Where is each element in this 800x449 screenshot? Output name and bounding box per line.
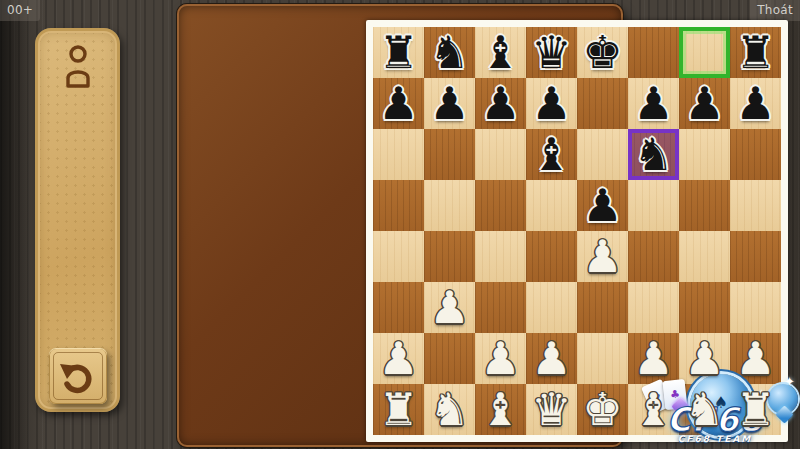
white-rook: ♜ — [735, 384, 775, 435]
square-b4[interactable] — [424, 231, 475, 282]
square-c1[interactable]: ♝ — [475, 384, 526, 435]
black-bishop: ♝ — [531, 129, 571, 180]
square-a6[interactable] — [373, 129, 424, 180]
square-f5[interactable] — [628, 180, 679, 231]
white-pawn: ♟ — [480, 333, 520, 384]
square-e1[interactable]: ♚ — [577, 384, 628, 435]
black-pawn: ♟ — [582, 180, 622, 231]
timer-label: 00+ — [7, 3, 33, 17]
square-b8[interactable]: ♞ — [424, 27, 475, 78]
square-e2[interactable] — [577, 333, 628, 384]
black-pawn: ♟ — [378, 78, 418, 129]
black-king: ♚ — [582, 27, 622, 78]
square-a5[interactable] — [373, 180, 424, 231]
square-c2[interactable]: ♟ — [475, 333, 526, 384]
square-e5[interactable]: ♟ — [577, 180, 628, 231]
white-pawn: ♟ — [378, 333, 418, 384]
square-c4[interactable] — [475, 231, 526, 282]
square-b2[interactable] — [424, 333, 475, 384]
square-g6[interactable] — [679, 129, 730, 180]
square-e8[interactable]: ♚ — [577, 27, 628, 78]
square-e4[interactable]: ♟ — [577, 231, 628, 282]
black-rook: ♜ — [735, 27, 775, 78]
square-c6[interactable] — [475, 129, 526, 180]
square-d3[interactable] — [526, 282, 577, 333]
square-g7[interactable]: ♟ — [679, 78, 730, 129]
square-f8[interactable] — [628, 27, 679, 78]
square-g2[interactable]: ♟ — [679, 333, 730, 384]
undo-arrow-icon — [58, 356, 98, 396]
square-d4[interactable] — [526, 231, 577, 282]
square-c8[interactable]: ♝ — [475, 27, 526, 78]
square-d8[interactable]: ♛ — [526, 27, 577, 78]
black-pawn: ♟ — [735, 78, 775, 129]
square-a4[interactable] — [373, 231, 424, 282]
exit-label: Thoát — [757, 3, 793, 17]
black-queen: ♛ — [531, 27, 571, 78]
square-f4[interactable] — [628, 231, 679, 282]
white-queen: ♛ — [531, 384, 571, 435]
square-g4[interactable] — [679, 231, 730, 282]
white-pawn: ♟ — [633, 333, 673, 384]
square-b7[interactable]: ♟ — [424, 78, 475, 129]
square-e6[interactable] — [577, 129, 628, 180]
player-panel-human — [35, 28, 120, 412]
square-b1[interactable]: ♞ — [424, 384, 475, 435]
square-f7[interactable]: ♟ — [628, 78, 679, 129]
black-knight: ♞ — [633, 129, 673, 180]
white-knight: ♞ — [684, 384, 724, 435]
square-a8[interactable]: ♜ — [373, 27, 424, 78]
white-rook: ♜ — [378, 384, 418, 435]
square-g1[interactable]: ♞ — [679, 384, 730, 435]
square-a1[interactable]: ♜ — [373, 384, 424, 435]
square-d7[interactable]: ♟ — [526, 78, 577, 129]
square-g5[interactable] — [679, 180, 730, 231]
square-h7[interactable]: ♟ — [730, 78, 781, 129]
board-frame: ♜♞♝♛♚♜♟♟♟♟♟♟♟♝♞♟♟♟♟♟♟♟♟♟♜♞♝♛♚♝♞♜ — [177, 4, 623, 447]
square-h4[interactable] — [730, 231, 781, 282]
square-h8[interactable]: ♜ — [730, 27, 781, 78]
undo-button[interactable] — [49, 348, 107, 404]
screen-edge-shade — [0, 0, 30, 449]
square-b6[interactable] — [424, 129, 475, 180]
white-pawn: ♟ — [582, 231, 622, 282]
square-h5[interactable] — [730, 180, 781, 231]
square-f6[interactable]: ♞ — [628, 129, 679, 180]
white-pawn: ♟ — [735, 333, 775, 384]
square-d5[interactable] — [526, 180, 577, 231]
timer-chip: 00+ — [0, 0, 40, 21]
white-knight: ♞ — [429, 384, 469, 435]
square-h1[interactable]: ♜ — [730, 384, 781, 435]
square-b3[interactable]: ♟ — [424, 282, 475, 333]
square-f3[interactable] — [628, 282, 679, 333]
square-e7[interactable] — [577, 78, 628, 129]
black-pawn: ♟ — [684, 78, 724, 129]
square-c7[interactable]: ♟ — [475, 78, 526, 129]
black-pawn: ♟ — [429, 78, 469, 129]
square-a3[interactable] — [373, 282, 424, 333]
exit-button[interactable]: Thoát — [750, 0, 800, 21]
white-king: ♚ — [582, 384, 622, 435]
white-pawn: ♟ — [684, 333, 724, 384]
black-pawn: ♟ — [480, 78, 520, 129]
black-pawn: ♟ — [531, 78, 571, 129]
app-root: 00+ Thoát — [0, 0, 800, 449]
white-bishop: ♝ — [633, 384, 673, 435]
white-pawn: ♟ — [429, 282, 469, 333]
black-bishop: ♝ — [480, 27, 520, 78]
square-d1[interactable]: ♛ — [526, 384, 577, 435]
square-f1[interactable]: ♝ — [628, 384, 679, 435]
square-g3[interactable] — [679, 282, 730, 333]
square-g8[interactable] — [679, 27, 730, 78]
square-a7[interactable]: ♟ — [373, 78, 424, 129]
chessboard-grid: ♜♞♝♛♚♜♟♟♟♟♟♟♟♝♞♟♟♟♟♟♟♟♟♟♜♞♝♛♚♝♞♜ — [373, 27, 781, 435]
square-d2[interactable]: ♟ — [526, 333, 577, 384]
white-bishop: ♝ — [480, 384, 520, 435]
square-f2[interactable]: ♟ — [628, 333, 679, 384]
square-b5[interactable] — [424, 180, 475, 231]
square-h2[interactable]: ♟ — [730, 333, 781, 384]
square-d6[interactable]: ♝ — [526, 129, 577, 180]
black-pawn: ♟ — [633, 78, 673, 129]
black-knight: ♞ — [429, 27, 469, 78]
white-pawn: ♟ — [531, 333, 571, 384]
square-a2[interactable]: ♟ — [373, 333, 424, 384]
board-border: ♜♞♝♛♚♜♟♟♟♟♟♟♟♝♞♟♟♟♟♟♟♟♟♟♜♞♝♛♚♝♞♜ — [366, 20, 788, 442]
square-h6[interactable] — [730, 129, 781, 180]
square-c3[interactable] — [475, 282, 526, 333]
square-e3[interactable] — [577, 282, 628, 333]
black-rook: ♜ — [378, 27, 418, 78]
person-icon — [63, 44, 93, 88]
square-c5[interactable] — [475, 180, 526, 231]
square-h3[interactable] — [730, 282, 781, 333]
